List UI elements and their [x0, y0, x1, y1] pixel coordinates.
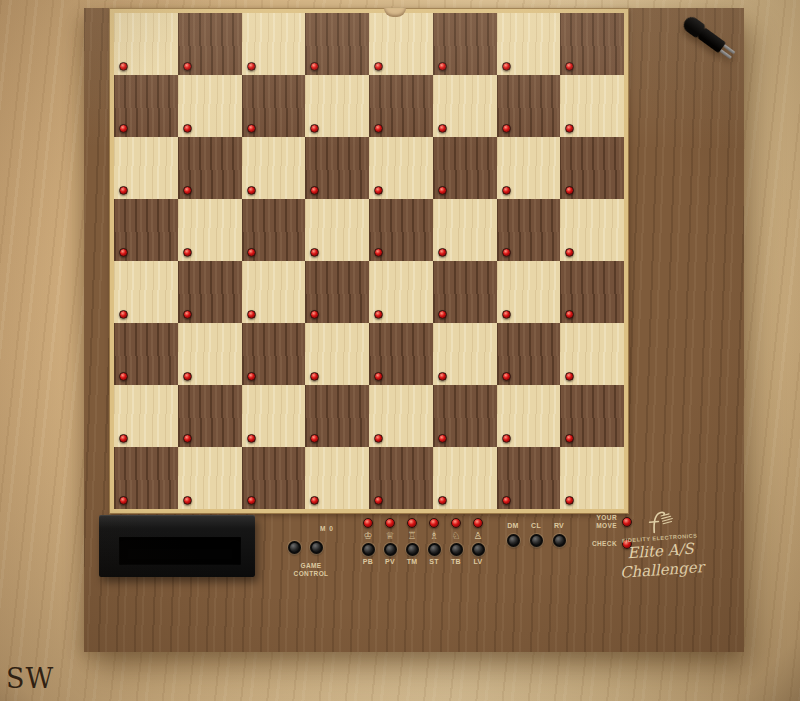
square-a4: [114, 261, 178, 323]
square-b1: [178, 447, 242, 509]
square-d1: [305, 447, 369, 509]
square-led: [565, 186, 574, 195]
square-c8: [242, 13, 306, 75]
game-control-left-button[interactable]: [288, 541, 301, 554]
square-g8: [497, 13, 561, 75]
square-led: [502, 124, 511, 133]
square-led: [183, 434, 192, 443]
square-led: [374, 372, 383, 381]
tm-label: TM: [407, 558, 418, 565]
square-led: [502, 496, 511, 505]
square-e1: [369, 447, 433, 509]
square-led: [119, 124, 128, 133]
square-led: [119, 496, 128, 505]
square-h2: [560, 385, 624, 447]
aux-label: M 0: [320, 525, 334, 532]
square-led: [374, 62, 383, 71]
square-h7: [560, 75, 624, 137]
square-b3: [178, 323, 242, 385]
square-h1: [560, 447, 624, 509]
square-g5: [497, 199, 561, 261]
square-c5: [242, 199, 306, 261]
square-b4: [178, 261, 242, 323]
square-led: [374, 310, 383, 319]
square-led: [565, 62, 574, 71]
board-grid: [114, 13, 624, 509]
square-led: [565, 124, 574, 133]
square-b2: [178, 385, 242, 447]
square-a5: [114, 199, 178, 261]
square-led: [247, 496, 256, 505]
lv-label: LV: [473, 558, 482, 565]
square-led: [565, 434, 574, 443]
square-led: [374, 124, 383, 133]
square-led: [119, 186, 128, 195]
square-d6: [305, 137, 369, 199]
square-f4: [433, 261, 497, 323]
square-led: [247, 248, 256, 257]
square-led: [247, 124, 256, 133]
square-c7: [242, 75, 306, 137]
square-h5: [560, 199, 624, 261]
knight-icon: ♘: [452, 530, 461, 541]
square-led: [183, 372, 192, 381]
pawn-button-led: [473, 518, 483, 528]
cl-label: CL: [531, 522, 541, 529]
board-border: [109, 8, 629, 514]
square-h4: [560, 261, 624, 323]
square-b6: [178, 137, 242, 199]
square-led: [438, 62, 447, 71]
brand-block: FIDELITY ELECTRONICS Elite A/S Challenge…: [610, 505, 711, 582]
square-led: [502, 248, 511, 257]
pv-label: PV: [385, 558, 395, 565]
square-b5: [178, 199, 242, 261]
chess-computer-board: M 0 GAME CONTROL ♔PB♕PV♖TM♗ST♘TB♙LV DMCL…: [84, 8, 744, 652]
square-led: [502, 310, 511, 319]
king-icon: ♔: [364, 530, 373, 541]
square-d3: [305, 323, 369, 385]
dm-label: DM: [507, 522, 519, 529]
bishop-button-led: [429, 518, 439, 528]
pb-button[interactable]: [362, 543, 375, 556]
square-led: [502, 186, 511, 195]
square-f2: [433, 385, 497, 447]
square-b8: [178, 13, 242, 75]
dm-button[interactable]: [507, 534, 520, 547]
square-led: [310, 434, 319, 443]
square-led: [438, 434, 447, 443]
square-led: [310, 372, 319, 381]
square-f5: [433, 199, 497, 261]
fidelity-logo: [640, 509, 678, 535]
square-a2: [114, 385, 178, 447]
display-window: [119, 537, 241, 565]
square-led: [565, 496, 574, 505]
square-h3: [560, 323, 624, 385]
game-control-label: GAME CONTROL: [276, 562, 346, 578]
king-button-led: [363, 518, 373, 528]
square-h8: [560, 13, 624, 75]
square-a8: [114, 13, 178, 75]
square-e2: [369, 385, 433, 447]
square-led: [374, 496, 383, 505]
tb-button[interactable]: [450, 543, 463, 556]
square-e4: [369, 261, 433, 323]
square-c4: [242, 261, 306, 323]
square-c2: [242, 385, 306, 447]
square-d7: [305, 75, 369, 137]
square-d2: [305, 385, 369, 447]
tb-label: TB: [451, 558, 461, 565]
st-label: ST: [429, 558, 439, 565]
square-led: [119, 248, 128, 257]
square-c3: [242, 323, 306, 385]
rook-button-led: [407, 518, 417, 528]
rook-icon: ♖: [408, 530, 417, 541]
queen-button-led: [385, 518, 395, 528]
square-b7: [178, 75, 242, 137]
st-button[interactable]: [428, 543, 441, 556]
square-led: [247, 62, 256, 71]
piece-button-group: ♔PB♕PV♖TM♗ST♘TB♙LV: [360, 514, 486, 565]
photo: M 0 GAME CONTROL ♔PB♕PV♖TM♗ST♘TB♙LV DMCL…: [0, 0, 800, 701]
square-e6: [369, 137, 433, 199]
square-led: [502, 434, 511, 443]
square-d5: [305, 199, 369, 261]
square-led: [247, 372, 256, 381]
square-g2: [497, 385, 561, 447]
lcd-display-module: [99, 515, 255, 577]
square-led: [119, 434, 128, 443]
square-led: [310, 310, 319, 319]
watermark: SW: [6, 663, 54, 694]
square-led: [247, 310, 256, 319]
square-f3: [433, 323, 497, 385]
square-g4: [497, 261, 561, 323]
square-f6: [433, 137, 497, 199]
pv-button[interactable]: [384, 543, 397, 556]
bishop-icon: ♗: [430, 530, 439, 541]
tm-button[interactable]: [406, 543, 419, 556]
square-led: [119, 310, 128, 319]
square-led: [374, 186, 383, 195]
queen-icon: ♕: [386, 530, 395, 541]
lv-button[interactable]: [472, 543, 485, 556]
square-d4: [305, 261, 369, 323]
square-f1: [433, 447, 497, 509]
game-control-right-button[interactable]: [310, 541, 323, 554]
square-g3: [497, 323, 561, 385]
square-led: [310, 248, 319, 257]
knight-button-led: [451, 518, 461, 528]
square-c1: [242, 447, 306, 509]
square-led: [183, 248, 192, 257]
cl-button[interactable]: [530, 534, 543, 547]
square-led: [183, 310, 192, 319]
square-a6: [114, 137, 178, 199]
square-led: [565, 248, 574, 257]
square-led: [247, 434, 256, 443]
square-led: [119, 62, 128, 71]
square-led: [438, 124, 447, 133]
square-g1: [497, 447, 561, 509]
square-led: [438, 310, 447, 319]
square-led: [183, 124, 192, 133]
square-led: [310, 496, 319, 505]
square-g7: [497, 75, 561, 137]
square-e7: [369, 75, 433, 137]
square-e3: [369, 323, 433, 385]
square-led: [183, 62, 192, 71]
square-d8: [305, 13, 369, 75]
board-surface: M 0 GAME CONTROL ♔PB♕PV♖TM♗ST♘TB♙LV DMCL…: [84, 8, 744, 652]
square-f7: [433, 75, 497, 137]
square-g6: [497, 137, 561, 199]
square-led: [310, 186, 319, 195]
square-led: [310, 62, 319, 71]
square-led: [310, 124, 319, 133]
square-a1: [114, 447, 178, 509]
square-led: [247, 186, 256, 195]
function-button-group: DMCLRV: [504, 522, 568, 547]
square-e5: [369, 199, 433, 261]
square-led: [438, 186, 447, 195]
pawn-icon: ♙: [474, 530, 483, 541]
square-f8: [433, 13, 497, 75]
square-c6: [242, 137, 306, 199]
square-led: [438, 248, 447, 257]
square-led: [502, 372, 511, 381]
square-led: [565, 310, 574, 319]
square-a3: [114, 323, 178, 385]
square-led: [183, 186, 192, 195]
square-h6: [560, 137, 624, 199]
square-led: [119, 372, 128, 381]
square-led: [183, 496, 192, 505]
square-led: [374, 248, 383, 257]
square-a7: [114, 75, 178, 137]
square-led: [502, 62, 511, 71]
pb-label: PB: [363, 558, 373, 565]
square-led: [374, 434, 383, 443]
brand-model-line2: Challenger: [613, 559, 710, 581]
square-led: [438, 496, 447, 505]
square-led: [438, 372, 447, 381]
square-led: [565, 372, 574, 381]
square-e8: [369, 13, 433, 75]
